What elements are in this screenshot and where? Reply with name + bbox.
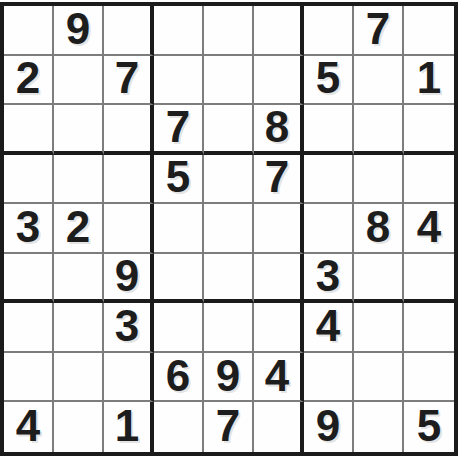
cell-r5c3[interactable] <box>104 204 154 254</box>
cell-r7c2[interactable] <box>54 303 104 353</box>
cell-r2c1[interactable]: 2 <box>4 56 54 106</box>
cell-r3c8[interactable] <box>354 105 404 155</box>
cell-r2c3[interactable]: 7 <box>104 56 154 106</box>
cell-r6c1[interactable] <box>4 254 54 304</box>
given-digit: 1 <box>417 56 441 100</box>
cell-r5c1[interactable]: 3 <box>4 204 54 254</box>
cell-r7c9[interactable] <box>404 303 454 353</box>
cell-r1c9[interactable] <box>404 6 454 56</box>
cell-r9c1[interactable]: 4 <box>4 402 54 452</box>
cell-r8c5[interactable]: 9 <box>204 353 254 403</box>
cell-r1c4[interactable] <box>154 6 204 56</box>
given-digit: 4 <box>265 354 289 398</box>
cell-r1c2[interactable]: 9 <box>54 6 104 56</box>
cell-r4c1[interactable] <box>4 155 54 205</box>
given-digit: 7 <box>115 56 139 100</box>
cell-r8c1[interactable] <box>4 353 54 403</box>
cell-r8c4[interactable]: 6 <box>154 353 204 403</box>
given-digit: 7 <box>265 155 289 199</box>
cell-r1c5[interactable] <box>204 6 254 56</box>
given-digit: 3 <box>316 254 340 298</box>
cell-r7c7[interactable]: 4 <box>304 303 354 353</box>
given-digit: 3 <box>16 205 40 249</box>
given-digit: 2 <box>66 205 90 249</box>
cell-r5c9[interactable]: 4 <box>404 204 454 254</box>
cell-r6c2[interactable] <box>54 254 104 304</box>
cell-r3c4[interactable]: 7 <box>154 105 204 155</box>
cell-r4c9[interactable] <box>404 155 454 205</box>
given-digit: 9 <box>66 7 90 51</box>
cell-r5c2[interactable]: 2 <box>54 204 104 254</box>
cell-r4c6[interactable]: 7 <box>254 155 304 205</box>
cell-r3c5[interactable] <box>204 105 254 155</box>
given-digit: 7 <box>216 404 240 448</box>
given-digit: 4 <box>417 205 441 249</box>
cell-r1c8[interactable]: 7 <box>354 6 404 56</box>
cell-r9c6[interactable] <box>254 402 304 452</box>
cell-r5c7[interactable] <box>304 204 354 254</box>
cell-r9c3[interactable]: 1 <box>104 402 154 452</box>
given-digit: 4 <box>16 404 40 448</box>
cell-r7c6[interactable] <box>254 303 304 353</box>
cell-r4c3[interactable] <box>104 155 154 205</box>
cell-r6c6[interactable] <box>254 254 304 304</box>
sudoku-board: 97275178573284933469441795 <box>0 2 458 456</box>
cell-r9c4[interactable] <box>154 402 204 452</box>
given-digit: 3 <box>115 304 139 348</box>
cell-r8c8[interactable] <box>354 353 404 403</box>
cell-r8c7[interactable] <box>304 353 354 403</box>
cell-r5c6[interactable] <box>254 204 304 254</box>
cell-r8c6[interactable]: 4 <box>254 353 304 403</box>
cell-r9c2[interactable] <box>54 402 104 452</box>
cell-r3c2[interactable] <box>54 105 104 155</box>
cell-r6c4[interactable] <box>154 254 204 304</box>
cell-r9c5[interactable]: 7 <box>204 402 254 452</box>
given-digit: 4 <box>316 304 340 348</box>
given-digit: 5 <box>316 56 340 100</box>
cell-r4c5[interactable] <box>204 155 254 205</box>
cell-r2c9[interactable]: 1 <box>404 56 454 106</box>
cell-r6c8[interactable] <box>354 254 404 304</box>
given-digit: 5 <box>417 404 441 448</box>
cell-r2c2[interactable] <box>54 56 104 106</box>
given-digit: 7 <box>366 7 390 51</box>
cell-r7c4[interactable] <box>154 303 204 353</box>
cell-r1c7[interactable] <box>304 6 354 56</box>
given-digit: 7 <box>166 105 190 149</box>
given-digit: 8 <box>366 205 390 249</box>
cell-r7c3[interactable]: 3 <box>104 303 154 353</box>
cell-r7c5[interactable] <box>204 303 254 353</box>
cell-r8c9[interactable] <box>404 353 454 403</box>
cell-r2c4[interactable] <box>154 56 204 106</box>
cell-r1c3[interactable] <box>104 6 154 56</box>
cell-r1c6[interactable] <box>254 6 304 56</box>
cell-r4c2[interactable] <box>54 155 104 205</box>
cell-r6c5[interactable] <box>204 254 254 304</box>
cell-r5c8[interactable]: 8 <box>354 204 404 254</box>
given-digit: 9 <box>216 354 240 398</box>
cell-r2c5[interactable] <box>204 56 254 106</box>
cell-r7c1[interactable] <box>4 303 54 353</box>
given-digit: 5 <box>166 155 190 199</box>
given-digit: 9 <box>115 254 139 298</box>
given-digit: 6 <box>166 354 190 398</box>
given-digit: 9 <box>316 404 340 448</box>
cell-r3c7[interactable] <box>304 105 354 155</box>
cell-r9c9[interactable]: 5 <box>404 402 454 452</box>
cell-r3c9[interactable] <box>404 105 454 155</box>
cell-r4c7[interactable] <box>304 155 354 205</box>
cell-r3c6[interactable]: 8 <box>254 105 304 155</box>
cell-r6c9[interactable] <box>404 254 454 304</box>
cell-r2c8[interactable] <box>354 56 404 106</box>
cell-r7c8[interactable] <box>354 303 404 353</box>
cell-r1c1[interactable] <box>4 6 54 56</box>
cell-r9c8[interactable] <box>354 402 404 452</box>
cell-r6c3[interactable]: 9 <box>104 254 154 304</box>
cell-r4c4[interactable]: 5 <box>154 155 204 205</box>
cell-r2c7[interactable]: 5 <box>304 56 354 106</box>
cell-r5c5[interactable] <box>204 204 254 254</box>
cell-r4c8[interactable] <box>354 155 404 205</box>
given-digit: 2 <box>16 56 40 100</box>
given-digit: 8 <box>265 105 289 149</box>
cell-r3c3[interactable] <box>104 105 154 155</box>
cell-r8c2[interactable] <box>54 353 104 403</box>
given-digit: 1 <box>115 404 139 448</box>
cell-r5c4[interactable] <box>154 204 204 254</box>
cell-r8c3[interactable] <box>104 353 154 403</box>
cell-r9c7[interactable]: 9 <box>304 402 354 452</box>
cell-r6c7[interactable]: 3 <box>304 254 354 304</box>
cell-r2c6[interactable] <box>254 56 304 106</box>
cell-r3c1[interactable] <box>4 105 54 155</box>
